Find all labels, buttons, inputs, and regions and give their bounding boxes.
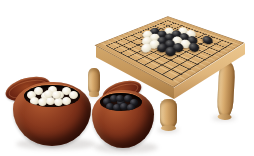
black-stone-bowl [92, 90, 154, 148]
white-bowl-opening [24, 85, 80, 107]
black-bowl-opening [100, 93, 142, 111]
black-stone-in-bowl [116, 95, 124, 102]
board-leg-back-left [88, 68, 100, 95]
white-stone-in-bowl [52, 91, 61, 99]
board-leg-front [160, 99, 177, 129]
white-stone-in-bowl [62, 97, 71, 105]
white-stone-bowl [13, 82, 91, 146]
black-stone-in-bowl [127, 104, 135, 111]
white-stone-in-bowl [69, 91, 78, 99]
go-set-photo [0, 0, 254, 156]
